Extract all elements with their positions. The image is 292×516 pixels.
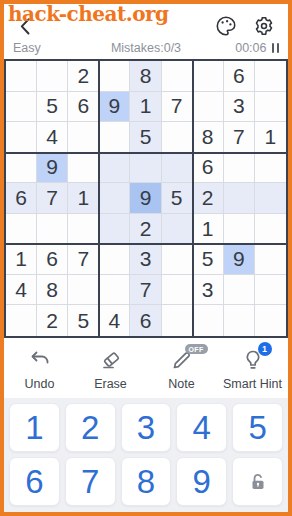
smart-hint-button[interactable]: 1 Smart Hint xyxy=(217,348,288,391)
cell-r6c6[interactable] xyxy=(162,214,193,245)
back-button[interactable] xyxy=(14,14,38,38)
app-frame: hack-cheat.org xyxy=(0,0,292,516)
cell-r3c2[interactable]: 4 xyxy=(37,122,68,153)
undo-button[interactable]: Undo xyxy=(4,348,75,391)
cell-r9c2[interactable]: 2 xyxy=(37,305,68,336)
cell-r2c6[interactable]: 7 xyxy=(162,92,193,123)
theme-button[interactable] xyxy=(214,14,238,38)
cell-r2c2[interactable]: 5 xyxy=(37,92,68,123)
cell-r3c5[interactable]: 5 xyxy=(130,122,161,153)
pause-icon[interactable] xyxy=(272,43,280,53)
palette-icon xyxy=(215,15,237,37)
cell-r1c2[interactable] xyxy=(37,61,68,92)
cell-r6c4[interactable] xyxy=(99,214,130,245)
cell-r3c8[interactable]: 7 xyxy=(224,122,255,153)
cell-r9c4[interactable]: 4 xyxy=(99,305,130,336)
cell-r1c9[interactable] xyxy=(255,61,286,92)
settings-button[interactable] xyxy=(252,14,276,38)
cell-r3c9[interactable]: 1 xyxy=(255,122,286,153)
lock-button[interactable] xyxy=(232,457,283,506)
cell-r6c7[interactable]: 1 xyxy=(193,214,224,245)
sudoku-board: 28656917345871966719522116735948732546 xyxy=(4,59,288,338)
cell-r7c8[interactable]: 9 xyxy=(224,244,255,275)
cell-r4c9[interactable] xyxy=(255,153,286,184)
key-1[interactable]: 1 xyxy=(9,403,60,452)
cell-r9c7[interactable] xyxy=(193,305,224,336)
cell-r7c6[interactable] xyxy=(162,244,193,275)
erase-button[interactable]: Erase xyxy=(75,348,146,391)
cell-r2c3[interactable]: 6 xyxy=(68,92,99,123)
difficulty-label: Easy xyxy=(13,41,93,55)
cell-r2c4[interactable]: 9 xyxy=(99,92,130,123)
cell-r5c3[interactable]: 1 xyxy=(68,183,99,214)
cell-r5c4[interactable] xyxy=(99,183,130,214)
cell-r6c5[interactable]: 2 xyxy=(130,214,161,245)
cell-r8c2[interactable]: 8 xyxy=(37,275,68,306)
smart-hint-label: Smart Hint xyxy=(223,377,282,391)
cell-r4c6[interactable] xyxy=(162,153,193,184)
note-off-badge: OFF xyxy=(185,344,208,354)
cell-r1c6[interactable] xyxy=(162,61,193,92)
cell-r1c8[interactable]: 6 xyxy=(224,61,255,92)
cell-r4c2[interactable]: 9 xyxy=(37,153,68,184)
cell-r1c3[interactable]: 2 xyxy=(68,61,99,92)
lock-icon xyxy=(247,463,269,501)
cell-r1c4[interactable] xyxy=(99,61,130,92)
cell-r2c9[interactable] xyxy=(255,92,286,123)
note-label: Note xyxy=(168,377,194,391)
cell-r3c7[interactable]: 8 xyxy=(193,122,224,153)
key-8[interactable]: 8 xyxy=(121,457,172,506)
board-wrap: 28656917345871966719522116735948732546 xyxy=(4,59,288,340)
cell-r7c5[interactable]: 3 xyxy=(130,244,161,275)
cell-r5c9[interactable] xyxy=(255,183,286,214)
cell-r6c1[interactable] xyxy=(6,214,37,245)
cell-r6c9[interactable] xyxy=(255,214,286,245)
keypad: 1 2 3 4 5 6 7 8 9 xyxy=(4,398,288,512)
cell-r8c9[interactable] xyxy=(255,275,286,306)
undo-label: Undo xyxy=(25,377,55,391)
cell-r5c1[interactable]: 6 xyxy=(6,183,37,214)
cell-r8c7[interactable]: 3 xyxy=(193,275,224,306)
cell-r9c5[interactable]: 6 xyxy=(130,305,161,336)
cell-r8c1[interactable]: 4 xyxy=(6,275,37,306)
cell-r9c3[interactable]: 5 xyxy=(68,305,99,336)
cell-r5c8[interactable] xyxy=(224,183,255,214)
eraser-icon xyxy=(99,348,123,376)
gear-icon xyxy=(253,15,275,37)
key-2[interactable]: 2 xyxy=(65,403,116,452)
cell-r6c2[interactable] xyxy=(37,214,68,245)
toolbar: Undo Erase OF xyxy=(4,340,288,398)
cell-r4c1[interactable] xyxy=(6,153,37,184)
note-button[interactable]: OFF Note xyxy=(146,348,217,391)
cell-r2c8[interactable]: 3 xyxy=(224,92,255,123)
cell-r9c8[interactable] xyxy=(224,305,255,336)
cell-r5c7[interactable]: 2 xyxy=(193,183,224,214)
cell-r1c1[interactable] xyxy=(6,61,37,92)
cell-r6c8[interactable] xyxy=(224,214,255,245)
cell-r3c1[interactable] xyxy=(6,122,37,153)
cell-r7c2[interactable]: 6 xyxy=(37,244,68,275)
cell-r7c3[interactable]: 7 xyxy=(68,244,99,275)
chevron-left-icon xyxy=(16,16,36,36)
cell-r2c1[interactable] xyxy=(6,92,37,123)
status-bar: Easy Mistakes:0/3 00:06 xyxy=(4,38,288,59)
cell-r8c8[interactable] xyxy=(224,275,255,306)
cell-r4c4[interactable] xyxy=(99,153,130,184)
key-9[interactable]: 9 xyxy=(176,457,227,506)
cell-r5c2[interactable]: 7 xyxy=(37,183,68,214)
cell-r4c5[interactable] xyxy=(130,153,161,184)
cell-r7c7[interactable]: 5 xyxy=(193,244,224,275)
cell-r8c6[interactable] xyxy=(162,275,193,306)
hint-count-badge: 1 xyxy=(258,342,272,356)
cell-r2c7[interactable] xyxy=(193,92,224,123)
key-5[interactable]: 5 xyxy=(232,403,283,452)
cell-r1c7[interactable] xyxy=(193,61,224,92)
cell-r1c5[interactable]: 8 xyxy=(130,61,161,92)
undo-icon xyxy=(28,348,52,376)
cell-r2c5[interactable]: 1 xyxy=(130,92,161,123)
cell-r5c6[interactable]: 5 xyxy=(162,183,193,214)
cell-r9c6[interactable] xyxy=(162,305,193,336)
cell-r7c4[interactable] xyxy=(99,244,130,275)
header xyxy=(4,4,288,38)
cell-r3c4[interactable] xyxy=(99,122,130,153)
cell-r8c3[interactable] xyxy=(68,275,99,306)
cell-r9c1[interactable] xyxy=(6,305,37,336)
cell-r7c1[interactable]: 1 xyxy=(6,244,37,275)
key-6[interactable]: 6 xyxy=(9,457,60,506)
key-7[interactable]: 7 xyxy=(65,457,116,506)
cell-r6c3[interactable] xyxy=(68,214,99,245)
key-4[interactable]: 4 xyxy=(176,403,227,452)
erase-label: Erase xyxy=(94,377,127,391)
cell-r8c4[interactable] xyxy=(99,275,130,306)
cell-r4c7[interactable]: 6 xyxy=(193,153,224,184)
cell-r8c5[interactable]: 7 xyxy=(130,275,161,306)
timer-label: 00:06 xyxy=(235,41,266,55)
cell-r3c3[interactable] xyxy=(68,122,99,153)
cell-r5c5[interactable]: 9 xyxy=(130,183,161,214)
key-3[interactable]: 3 xyxy=(121,403,172,452)
cell-r3c6[interactable] xyxy=(162,122,193,153)
cell-r4c8[interactable] xyxy=(224,153,255,184)
cell-r4c3[interactable] xyxy=(68,153,99,184)
cell-r7c9[interactable] xyxy=(255,244,286,275)
mistakes-label: Mistakes:0/3 xyxy=(93,41,199,55)
cell-r9c9[interactable] xyxy=(255,305,286,336)
